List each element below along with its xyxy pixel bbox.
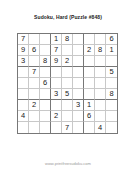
cell-r2c8[interactable]: 8 xyxy=(95,45,106,56)
cell-r3c3[interactable]: 8 xyxy=(40,56,51,67)
cell-r7c1[interactable] xyxy=(18,100,29,111)
cell-r2c3[interactable] xyxy=(40,45,51,56)
cell-r9c2[interactable] xyxy=(29,122,40,133)
cell-r1c7[interactable] xyxy=(84,34,95,45)
cell-r1c4[interactable]: 1 xyxy=(51,34,62,45)
cell-r9c1[interactable] xyxy=(18,122,29,133)
cell-r8c1[interactable]: 4 xyxy=(18,111,29,122)
cell-r3c8[interactable] xyxy=(95,56,106,67)
cell-r6c5[interactable]: 5 xyxy=(62,89,73,100)
cell-r2c9[interactable]: 1 xyxy=(106,45,117,56)
printable-sudoku-page: Sudoku, Hard (Puzzle #848) 7186967281389… xyxy=(0,0,136,176)
cell-r9c8[interactable]: 4 xyxy=(95,122,106,133)
cell-r1c6[interactable] xyxy=(73,34,84,45)
cell-r9c3[interactable] xyxy=(40,122,51,133)
cell-r8c7[interactable]: 6 xyxy=(84,111,95,122)
cell-r6c3[interactable] xyxy=(40,89,51,100)
cell-r8c6[interactable] xyxy=(73,111,84,122)
cell-r8c8[interactable] xyxy=(95,111,106,122)
cell-r4c1[interactable] xyxy=(18,67,29,78)
cell-r9c4[interactable] xyxy=(51,122,62,133)
cell-r8c5[interactable] xyxy=(62,111,73,122)
cell-r6c2[interactable] xyxy=(29,89,40,100)
cell-r2c2[interactable]: 6 xyxy=(29,45,40,56)
cell-r7c3[interactable] xyxy=(40,100,51,111)
cell-r6c4[interactable]: 3 xyxy=(51,89,62,100)
cell-r8c4[interactable]: 2 xyxy=(51,111,62,122)
cell-r5c4[interactable] xyxy=(51,78,62,89)
footer-url: www.printfreesudoku.com xyxy=(0,161,136,166)
cell-r9c9[interactable] xyxy=(106,122,117,133)
cell-r7c4[interactable] xyxy=(51,100,62,111)
cell-r1c9[interactable]: 6 xyxy=(106,34,117,45)
cell-r4c5[interactable] xyxy=(62,67,73,78)
cell-r6c9[interactable]: 8 xyxy=(106,89,117,100)
cell-r9c6[interactable] xyxy=(73,122,84,133)
cell-r8c2[interactable] xyxy=(29,111,40,122)
cell-r2c6[interactable] xyxy=(73,45,84,56)
cell-r3c2[interactable] xyxy=(29,56,40,67)
cell-r1c5[interactable]: 8 xyxy=(62,34,73,45)
cell-r5c7[interactable] xyxy=(84,78,95,89)
cell-r4c2[interactable]: 7 xyxy=(29,67,40,78)
cell-r7c7[interactable]: 1 xyxy=(84,100,95,111)
cell-r2c4[interactable]: 7 xyxy=(51,45,62,56)
cell-r3c4[interactable]: 9 xyxy=(51,56,62,67)
cell-r6c8[interactable] xyxy=(95,89,106,100)
page-title: Sudoku, Hard (Puzzle #848) xyxy=(0,14,136,20)
cell-r7c5[interactable] xyxy=(62,100,73,111)
cell-r4c6[interactable] xyxy=(73,67,84,78)
cell-r1c3[interactable] xyxy=(40,34,51,45)
cell-r4c4[interactable] xyxy=(51,67,62,78)
cell-r2c7[interactable]: 2 xyxy=(84,45,95,56)
cell-r5c1[interactable] xyxy=(18,78,29,89)
cell-r7c8[interactable] xyxy=(95,100,106,111)
cell-r6c1[interactable] xyxy=(18,89,29,100)
cell-r9c7[interactable] xyxy=(84,122,95,133)
cell-r7c6[interactable]: 3 xyxy=(73,100,84,111)
cell-r1c2[interactable] xyxy=(29,34,40,45)
cell-r3c1[interactable]: 3 xyxy=(18,56,29,67)
sudoku-board: 7186967281389275635823142674 xyxy=(17,33,118,134)
cell-r3c6[interactable] xyxy=(73,56,84,67)
cell-r6c6[interactable] xyxy=(73,89,84,100)
cell-r5c2[interactable] xyxy=(29,78,40,89)
cell-r6c7[interactable] xyxy=(84,89,95,100)
cell-r4c3[interactable] xyxy=(40,67,51,78)
cell-r5c6[interactable] xyxy=(73,78,84,89)
cell-r4c9[interactable]: 5 xyxy=(106,67,117,78)
cell-r7c9[interactable] xyxy=(106,100,117,111)
cell-r5c9[interactable] xyxy=(106,78,117,89)
cell-r8c9[interactable] xyxy=(106,111,117,122)
cell-r2c5[interactable] xyxy=(62,45,73,56)
cell-r3c7[interactable] xyxy=(84,56,95,67)
cell-r5c5[interactable] xyxy=(62,78,73,89)
cell-r5c8[interactable] xyxy=(95,78,106,89)
cell-r5c3[interactable]: 6 xyxy=(40,78,51,89)
cell-r4c7[interactable] xyxy=(84,67,95,78)
cell-r4c8[interactable] xyxy=(95,67,106,78)
cell-r8c3[interactable] xyxy=(40,111,51,122)
cell-r3c5[interactable]: 2 xyxy=(62,56,73,67)
cell-r1c1[interactable]: 7 xyxy=(18,34,29,45)
cell-r7c2[interactable]: 2 xyxy=(29,100,40,111)
cell-r9c5[interactable]: 7 xyxy=(62,122,73,133)
cell-r1c8[interactable] xyxy=(95,34,106,45)
cell-r2c1[interactable]: 9 xyxy=(18,45,29,56)
cell-r3c9[interactable] xyxy=(106,56,117,67)
